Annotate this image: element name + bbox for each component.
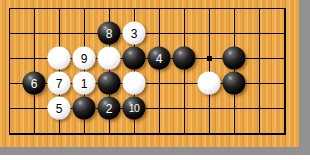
grid-line-vertical — [184, 8, 185, 135]
black-stone-J3[interactable]: 6 — [23, 72, 46, 95]
black-stone-N2[interactable]: 10 — [123, 97, 146, 120]
move-number: 9 — [81, 52, 88, 64]
black-stone-R4[interactable] — [223, 47, 246, 70]
white-stone-M4[interactable] — [98, 47, 121, 70]
star-point — [207, 56, 212, 61]
black-stone-R3[interactable] — [223, 72, 246, 95]
move-number: 1 — [81, 77, 88, 89]
grid-line-vertical — [9, 8, 10, 135]
go-board[interactable]: 83946715210 — [0, 0, 299, 147]
grid-line-vertical — [159, 8, 160, 135]
black-stone-M2[interactable]: 2 — [98, 97, 121, 120]
white-stone-L4[interactable]: 9 — [73, 47, 96, 70]
white-stone-Q3[interactable] — [198, 72, 221, 95]
board-edge-line-right — [284, 8, 286, 135]
white-stone-K2[interactable]: 5 — [48, 97, 71, 120]
black-stone-N4[interactable] — [123, 47, 146, 70]
move-number: 10 — [129, 103, 140, 114]
white-stone-K4[interactable] — [48, 47, 71, 70]
grid-line-horizontal — [9, 8, 286, 9]
white-stone-K3[interactable]: 7 — [48, 72, 71, 95]
white-stone-N5[interactable]: 3 — [123, 22, 146, 45]
grid-line-vertical — [259, 8, 260, 135]
move-number: 5 — [56, 102, 63, 114]
move-number: 7 — [56, 77, 63, 89]
move-number: 8 — [106, 27, 113, 39]
move-number: 3 — [131, 27, 138, 39]
grid-line-horizontal — [9, 33, 286, 34]
move-number: 6 — [31, 77, 38, 89]
move-number: 4 — [156, 52, 163, 64]
black-stone-L2[interactable] — [73, 97, 96, 120]
move-number: 2 — [106, 102, 113, 114]
black-stone-O4[interactable]: 4 — [148, 47, 171, 70]
go-diagram: 83946715210 — [0, 0, 310, 160]
white-stone-L3[interactable]: 1 — [73, 72, 96, 95]
white-stone-N3[interactable] — [123, 72, 146, 95]
black-stone-P4[interactable] — [173, 47, 196, 70]
black-stone-M5[interactable]: 8 — [98, 22, 121, 45]
black-stone-M3[interactable] — [98, 72, 121, 95]
board-edge-line-bottom — [9, 133, 286, 135]
